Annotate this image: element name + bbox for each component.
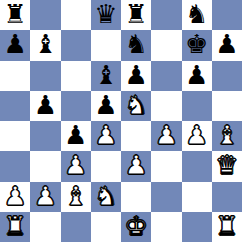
square-e8[interactable]: ♜ bbox=[121, 0, 151, 30]
square-a5[interactable] bbox=[0, 91, 30, 121]
square-h1[interactable]: ♜ bbox=[212, 212, 242, 242]
black-pawn: ♟ bbox=[124, 62, 147, 88]
square-e6[interactable]: ♟ bbox=[121, 61, 151, 91]
black-queen: ♛ bbox=[94, 1, 117, 27]
square-g8[interactable]: ♞ bbox=[182, 0, 212, 30]
square-a8[interactable]: ♜ bbox=[0, 0, 30, 30]
square-b6[interactable] bbox=[30, 61, 60, 91]
white-bishop: ♝ bbox=[64, 183, 87, 209]
square-a7[interactable]: ♟ bbox=[0, 30, 30, 60]
black-king: ♚ bbox=[185, 31, 208, 57]
white-pawn: ♟ bbox=[3, 183, 26, 209]
square-a1[interactable]: ♜ bbox=[0, 212, 30, 242]
square-a4[interactable] bbox=[0, 121, 30, 151]
square-h6[interactable] bbox=[212, 61, 242, 91]
square-h3[interactable]: ♛ bbox=[212, 151, 242, 181]
white-knight: ♞ bbox=[124, 92, 147, 118]
square-g1[interactable] bbox=[182, 212, 212, 242]
square-h4[interactable]: ♝ bbox=[212, 121, 242, 151]
black-pawn: ♟ bbox=[215, 31, 238, 57]
square-d5[interactable]: ♟ bbox=[91, 91, 121, 121]
white-pawn: ♟ bbox=[155, 122, 178, 148]
square-f7[interactable] bbox=[151, 30, 181, 60]
square-c1[interactable] bbox=[61, 212, 91, 242]
black-rook: ♜ bbox=[124, 1, 147, 27]
square-g3[interactable] bbox=[182, 151, 212, 181]
square-f3[interactable] bbox=[151, 151, 181, 181]
black-rook: ♜ bbox=[3, 1, 26, 27]
square-h5[interactable] bbox=[212, 91, 242, 121]
square-e2[interactable] bbox=[121, 182, 151, 212]
square-b5[interactable]: ♟ bbox=[30, 91, 60, 121]
square-f5[interactable] bbox=[151, 91, 181, 121]
square-c8[interactable] bbox=[61, 0, 91, 30]
square-h7[interactable]: ♟ bbox=[212, 30, 242, 60]
square-g6[interactable]: ♟ bbox=[182, 61, 212, 91]
white-pawn: ♟ bbox=[64, 152, 87, 178]
square-b7[interactable]: ♝ bbox=[30, 30, 60, 60]
square-c7[interactable] bbox=[61, 30, 91, 60]
square-g7[interactable]: ♚ bbox=[182, 30, 212, 60]
square-b4[interactable] bbox=[30, 121, 60, 151]
square-g4[interactable]: ♟ bbox=[182, 121, 212, 151]
square-d4[interactable]: ♟ bbox=[91, 121, 121, 151]
square-f2[interactable] bbox=[151, 182, 181, 212]
square-a3[interactable] bbox=[0, 151, 30, 181]
white-knight: ♞ bbox=[94, 183, 117, 209]
black-pawn: ♟ bbox=[64, 122, 87, 148]
white-king: ♚ bbox=[124, 213, 147, 239]
square-e7[interactable]: ♞ bbox=[121, 30, 151, 60]
square-h2[interactable] bbox=[212, 182, 242, 212]
square-d6[interactable]: ♝ bbox=[91, 61, 121, 91]
square-c4[interactable]: ♟ bbox=[61, 121, 91, 151]
square-f8[interactable] bbox=[151, 0, 181, 30]
chess-board: ♜♛♜♞♟♝♞♚♟♝♟♟♟♟♞♟♟♟♟♝♟♟♛♟♟♝♞♜♚♜ bbox=[0, 0, 242, 242]
square-b1[interactable] bbox=[30, 212, 60, 242]
black-pawn: ♟ bbox=[185, 62, 208, 88]
square-d2[interactable]: ♞ bbox=[91, 182, 121, 212]
square-a6[interactable] bbox=[0, 61, 30, 91]
square-b3[interactable] bbox=[30, 151, 60, 181]
square-e3[interactable]: ♟ bbox=[121, 151, 151, 181]
white-pawn: ♟ bbox=[185, 122, 208, 148]
black-knight: ♞ bbox=[185, 1, 208, 27]
square-a2[interactable]: ♟ bbox=[0, 182, 30, 212]
square-c5[interactable] bbox=[61, 91, 91, 121]
white-rook: ♜ bbox=[3, 213, 26, 239]
square-g5[interactable] bbox=[182, 91, 212, 121]
square-e5[interactable]: ♞ bbox=[121, 91, 151, 121]
square-e4[interactable] bbox=[121, 121, 151, 151]
black-knight: ♞ bbox=[124, 31, 147, 57]
white-bishop: ♝ bbox=[215, 122, 238, 148]
white-pawn: ♟ bbox=[34, 183, 57, 209]
square-b8[interactable] bbox=[30, 0, 60, 30]
square-f6[interactable] bbox=[151, 61, 181, 91]
square-d3[interactable] bbox=[91, 151, 121, 181]
square-b2[interactable]: ♟ bbox=[30, 182, 60, 212]
square-d1[interactable] bbox=[91, 212, 121, 242]
black-pawn: ♟ bbox=[94, 92, 117, 118]
square-c3[interactable]: ♟ bbox=[61, 151, 91, 181]
square-f4[interactable]: ♟ bbox=[151, 121, 181, 151]
square-f1[interactable] bbox=[151, 212, 181, 242]
square-c6[interactable] bbox=[61, 61, 91, 91]
square-e1[interactable]: ♚ bbox=[121, 212, 151, 242]
white-rook: ♜ bbox=[215, 213, 238, 239]
square-d7[interactable] bbox=[91, 30, 121, 60]
white-queen: ♛ bbox=[215, 152, 238, 178]
black-pawn: ♟ bbox=[34, 92, 57, 118]
square-d8[interactable]: ♛ bbox=[91, 0, 121, 30]
square-h8[interactable] bbox=[212, 0, 242, 30]
white-pawn: ♟ bbox=[124, 152, 147, 178]
black-pawn: ♟ bbox=[3, 31, 26, 57]
square-c2[interactable]: ♝ bbox=[61, 182, 91, 212]
white-pawn: ♟ bbox=[94, 122, 117, 148]
black-bishop: ♝ bbox=[94, 62, 117, 88]
square-g2[interactable] bbox=[182, 182, 212, 212]
black-bishop: ♝ bbox=[34, 31, 57, 57]
